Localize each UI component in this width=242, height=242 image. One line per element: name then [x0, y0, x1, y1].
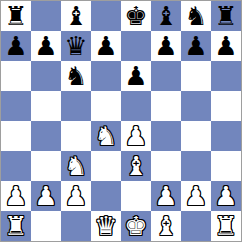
square-c2[interactable]: ♟ [61, 181, 91, 211]
square-f3[interactable] [151, 151, 181, 181]
square-b3[interactable] [31, 151, 61, 181]
square-e8[interactable]: ♚ [121, 1, 151, 31]
square-a6[interactable] [1, 61, 31, 91]
piece-black-rook: ♜ [4, 1, 27, 31]
square-c6[interactable]: ♞ [61, 61, 91, 91]
piece-white-king: ♚ [124, 211, 147, 241]
square-a4[interactable] [1, 121, 31, 151]
chess-board: ♜♝♚♝♞♜♟♟♛♟♟♟♟♞♟♞♟♞♝♟♟♟♟♟♟♜♛♚♝♜ [0, 0, 242, 242]
square-g3[interactable] [181, 151, 211, 181]
square-e5[interactable] [121, 91, 151, 121]
square-f7[interactable]: ♟ [151, 31, 181, 61]
piece-white-pawn: ♟ [124, 121, 147, 151]
square-b8[interactable] [31, 1, 61, 31]
square-a7[interactable]: ♟ [1, 31, 31, 61]
piece-black-pawn: ♟ [154, 31, 177, 61]
square-h6[interactable] [211, 61, 241, 91]
piece-black-pawn: ♟ [214, 31, 237, 61]
square-c4[interactable] [61, 121, 91, 151]
square-d5[interactable] [91, 91, 121, 121]
square-c8[interactable]: ♝ [61, 1, 91, 31]
piece-white-pawn: ♟ [64, 181, 87, 211]
square-h4[interactable] [211, 121, 241, 151]
square-d6[interactable] [91, 61, 121, 91]
piece-black-knight: ♞ [184, 1, 207, 31]
square-f4[interactable] [151, 121, 181, 151]
square-g7[interactable]: ♟ [181, 31, 211, 61]
piece-black-queen: ♛ [64, 31, 87, 61]
piece-white-knight: ♞ [64, 151, 87, 181]
piece-black-bishop: ♝ [154, 1, 177, 31]
piece-white-pawn: ♟ [214, 181, 237, 211]
square-f8[interactable]: ♝ [151, 1, 181, 31]
square-e3[interactable]: ♝ [121, 151, 151, 181]
piece-white-bishop: ♝ [124, 151, 147, 181]
square-a1[interactable]: ♜ [1, 211, 31, 241]
square-f1[interactable]: ♝ [151, 211, 181, 241]
piece-white-pawn: ♟ [184, 181, 207, 211]
square-b7[interactable]: ♟ [31, 31, 61, 61]
piece-white-pawn: ♟ [154, 181, 177, 211]
square-g4[interactable] [181, 121, 211, 151]
square-g6[interactable] [181, 61, 211, 91]
square-e1[interactable]: ♚ [121, 211, 151, 241]
square-d1[interactable]: ♛ [91, 211, 121, 241]
piece-black-pawn: ♟ [184, 31, 207, 61]
square-h3[interactable] [211, 151, 241, 181]
piece-white-bishop: ♝ [154, 211, 177, 241]
piece-white-queen: ♛ [94, 211, 117, 241]
square-g2[interactable]: ♟ [181, 181, 211, 211]
piece-white-rook: ♜ [4, 211, 27, 241]
square-e6[interactable]: ♟ [121, 61, 151, 91]
square-b2[interactable]: ♟ [31, 181, 61, 211]
square-c7[interactable]: ♛ [61, 31, 91, 61]
square-d8[interactable] [91, 1, 121, 31]
square-a3[interactable] [1, 151, 31, 181]
square-h5[interactable] [211, 91, 241, 121]
square-d4[interactable]: ♞ [91, 121, 121, 151]
square-a8[interactable]: ♜ [1, 1, 31, 31]
square-b4[interactable] [31, 121, 61, 151]
piece-black-pawn: ♟ [4, 31, 27, 61]
piece-black-knight: ♞ [64, 61, 87, 91]
square-e7[interactable] [121, 31, 151, 61]
piece-black-bishop: ♝ [64, 1, 87, 31]
square-h8[interactable]: ♜ [211, 1, 241, 31]
square-f5[interactable] [151, 91, 181, 121]
square-c5[interactable] [61, 91, 91, 121]
square-e4[interactable]: ♟ [121, 121, 151, 151]
piece-white-knight: ♞ [94, 121, 117, 151]
piece-black-rook: ♜ [214, 1, 237, 31]
piece-black-pawn: ♟ [94, 31, 117, 61]
square-g1[interactable] [181, 211, 211, 241]
square-f2[interactable]: ♟ [151, 181, 181, 211]
square-h2[interactable]: ♟ [211, 181, 241, 211]
square-g5[interactable] [181, 91, 211, 121]
square-c3[interactable]: ♞ [61, 151, 91, 181]
square-b6[interactable] [31, 61, 61, 91]
piece-white-rook: ♜ [214, 211, 237, 241]
square-f6[interactable] [151, 61, 181, 91]
piece-white-pawn: ♟ [4, 181, 27, 211]
piece-black-pawn: ♟ [34, 31, 57, 61]
square-h7[interactable]: ♟ [211, 31, 241, 61]
piece-black-pawn: ♟ [124, 61, 147, 91]
square-b5[interactable] [31, 91, 61, 121]
square-c1[interactable] [61, 211, 91, 241]
square-h1[interactable]: ♜ [211, 211, 241, 241]
square-e2[interactable] [121, 181, 151, 211]
square-a2[interactable]: ♟ [1, 181, 31, 211]
square-b1[interactable] [31, 211, 61, 241]
square-d2[interactable] [91, 181, 121, 211]
piece-white-pawn: ♟ [34, 181, 57, 211]
square-d7[interactable]: ♟ [91, 31, 121, 61]
square-a5[interactable] [1, 91, 31, 121]
square-g8[interactable]: ♞ [181, 1, 211, 31]
piece-black-king: ♚ [124, 1, 147, 31]
square-d3[interactable] [91, 151, 121, 181]
